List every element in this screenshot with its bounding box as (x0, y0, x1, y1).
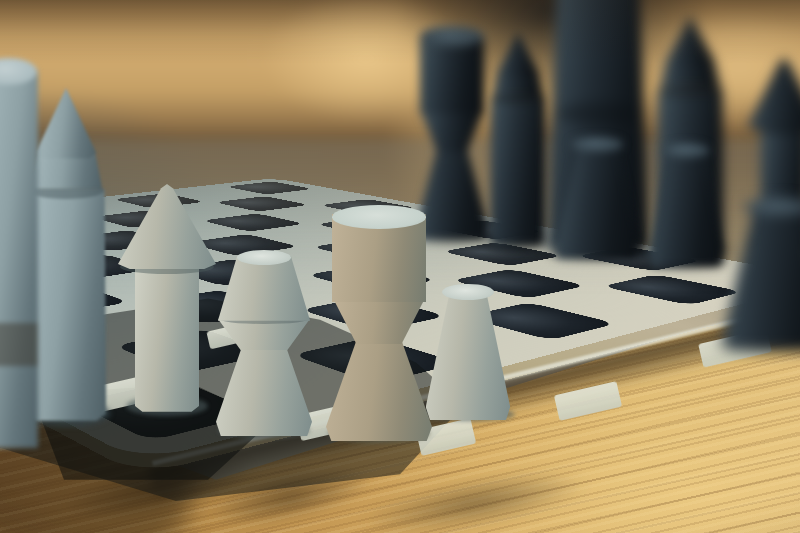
black-piece-part (490, 97, 546, 246)
white-piece-part (0, 70, 38, 448)
black-king-piece[interactable] (484, 32, 552, 248)
white-pawn-piece[interactable] (424, 284, 512, 420)
black-piece-part (665, 16, 716, 67)
white-piece-part (326, 340, 432, 441)
black-pawn-piece[interactable] (721, 198, 800, 350)
white-cylinder-piece[interactable] (0, 58, 38, 448)
black-pawn-piece[interactable] (647, 143, 725, 267)
white-piece-part (237, 250, 291, 265)
black-piece-part (723, 204, 800, 350)
black-piece-part (555, 142, 639, 259)
white-piece-part (332, 205, 425, 229)
black-piece-part (744, 198, 800, 216)
white-piece-part (216, 347, 312, 436)
black-piece-part (497, 32, 539, 77)
black-piece-part (557, 103, 639, 124)
black-piece-part (748, 58, 800, 130)
white-knight-piece[interactable] (216, 250, 312, 436)
black-piece-part (649, 148, 724, 267)
black-pawn-piece[interactable] (553, 137, 641, 259)
pieces-layer (0, 0, 800, 533)
black-piece-part (420, 109, 483, 152)
white-bishop-piece[interactable] (118, 184, 216, 414)
white-rook-piece[interactable] (326, 205, 432, 441)
black-piece-part (663, 143, 710, 158)
white-piece-part (36, 88, 97, 159)
white-piece-part (0, 323, 38, 366)
white-piece-part (218, 256, 310, 321)
chess-photo-stage (0, 0, 800, 533)
white-piece-part (332, 297, 425, 344)
white-piece-part (426, 289, 510, 420)
white-piece-part (135, 262, 200, 412)
white-piece-part (118, 184, 216, 269)
black-piece-part (571, 137, 624, 152)
